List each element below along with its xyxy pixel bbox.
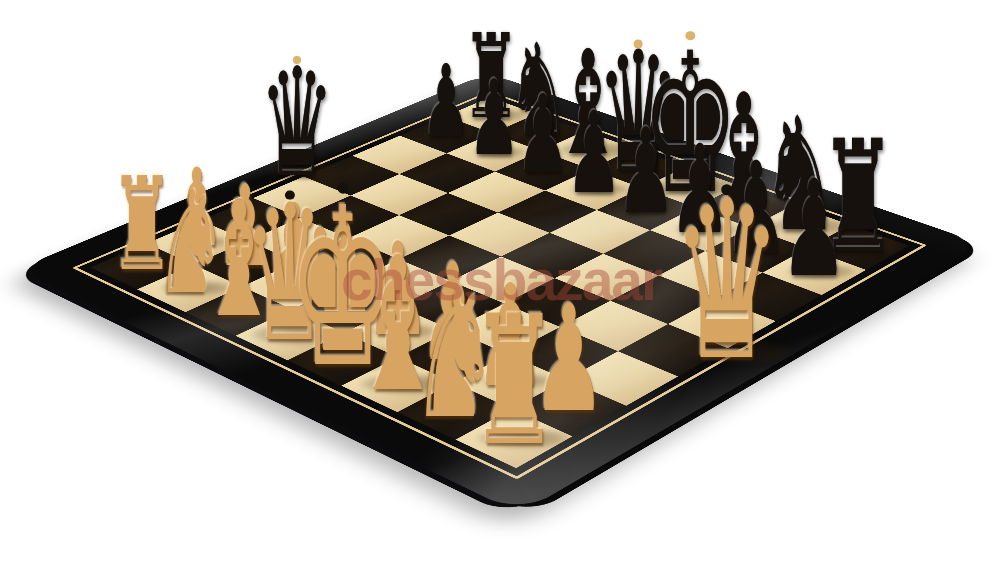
contrast-finial-icon <box>293 56 301 64</box>
contrast-finial-icon <box>686 31 696 41</box>
product-photo-stage: ♜♞♟♝♟♛♟♛♚♟♝♟♞♟♟♜♟♟♜♟♟♞♟♝♟♛♛♟♚♟♝♟♞♜ chess… <box>0 0 1000 562</box>
chess-board <box>91 97 909 468</box>
board-grid <box>91 97 909 468</box>
contrast-finial-icon <box>634 40 642 48</box>
